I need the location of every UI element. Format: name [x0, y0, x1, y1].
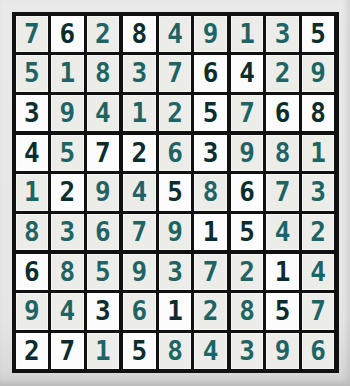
cell-r5c6[interactable]: 8 — [194, 174, 227, 210]
cell-r3c1[interactable]: 3 — [16, 95, 49, 131]
box-r3c1: 685943271 — [16, 254, 120, 369]
cell-r3c2[interactable]: 9 — [51, 95, 84, 131]
cell-r6c9[interactable]: 2 — [302, 214, 335, 250]
cell-r3c6[interactable]: 5 — [194, 95, 227, 131]
cell-r4c2[interactable]: 5 — [51, 135, 84, 171]
cell-r4c7[interactable]: 9 — [231, 135, 264, 171]
cell-r9c3[interactable]: 1 — [87, 333, 120, 369]
box-r3c3: 214857396 — [231, 254, 335, 369]
cell-r1c9[interactable]: 5 — [302, 16, 335, 52]
cell-r4c1[interactable]: 4 — [16, 135, 49, 171]
cell-r5c9[interactable]: 3 — [302, 174, 335, 210]
cell-r8c2[interactable]: 4 — [51, 293, 84, 329]
cell-r1c1[interactable]: 7 — [16, 16, 49, 52]
box-r1c2: 849376125 — [123, 16, 227, 131]
cell-r2c1[interactable]: 5 — [16, 55, 49, 91]
cell-r2c9[interactable]: 9 — [302, 55, 335, 91]
cell-r8c3[interactable]: 3 — [87, 293, 120, 329]
cell-r9c9[interactable]: 6 — [302, 333, 335, 369]
cell-r7c7[interactable]: 2 — [231, 254, 264, 290]
cell-r7c2[interactable]: 8 — [51, 254, 84, 290]
cell-r5c4[interactable]: 4 — [123, 174, 156, 210]
cell-r6c1[interactable]: 8 — [16, 214, 49, 250]
cell-r6c7[interactable]: 5 — [231, 214, 264, 250]
cell-r2c5[interactable]: 7 — [159, 55, 192, 91]
cell-r2c2[interactable]: 1 — [51, 55, 84, 91]
cell-r8c5[interactable]: 1 — [159, 293, 192, 329]
cell-r6c4[interactable]: 7 — [123, 214, 156, 250]
cell-r4c5[interactable]: 6 — [159, 135, 192, 171]
cell-r1c7[interactable]: 1 — [231, 16, 264, 52]
cell-r6c6[interactable]: 1 — [194, 214, 227, 250]
cell-r6c2[interactable]: 3 — [51, 214, 84, 250]
cell-r5c3[interactable]: 9 — [87, 174, 120, 210]
cell-r8c6[interactable]: 2 — [194, 293, 227, 329]
box-r1c3: 135429768 — [231, 16, 335, 131]
cell-r5c5[interactable]: 5 — [159, 174, 192, 210]
cell-r9c4[interactable]: 5 — [123, 333, 156, 369]
box-r2c3: 981673542 — [231, 135, 335, 250]
cell-r8c8[interactable]: 5 — [266, 293, 299, 329]
cell-r7c1[interactable]: 6 — [16, 254, 49, 290]
cell-r9c2[interactable]: 7 — [51, 333, 84, 369]
cell-r1c8[interactable]: 3 — [266, 16, 299, 52]
cell-r3c3[interactable]: 4 — [87, 95, 120, 131]
cell-r5c2[interactable]: 2 — [51, 174, 84, 210]
cell-r9c6[interactable]: 4 — [194, 333, 227, 369]
cell-r8c1[interactable]: 9 — [16, 293, 49, 329]
box-r2c1: 457129836 — [16, 135, 120, 250]
cell-r9c5[interactable]: 8 — [159, 333, 192, 369]
cell-r7c3[interactable]: 5 — [87, 254, 120, 290]
cell-r3c8[interactable]: 6 — [266, 95, 299, 131]
cell-r4c3[interactable]: 7 — [87, 135, 120, 171]
sudoku-board: 7625183948493761251354297684571298362634… — [12, 12, 339, 373]
cell-r7c6[interactable]: 7 — [194, 254, 227, 290]
cell-r3c4[interactable]: 1 — [123, 95, 156, 131]
cell-r8c4[interactable]: 6 — [123, 293, 156, 329]
cell-r2c6[interactable]: 6 — [194, 55, 227, 91]
cell-r6c8[interactable]: 4 — [266, 214, 299, 250]
cell-r4c4[interactable]: 2 — [123, 135, 156, 171]
cell-r7c4[interactable]: 9 — [123, 254, 156, 290]
cell-r2c4[interactable]: 3 — [123, 55, 156, 91]
cell-r5c1[interactable]: 1 — [16, 174, 49, 210]
cell-r6c5[interactable]: 9 — [159, 214, 192, 250]
cell-r2c7[interactable]: 4 — [231, 55, 264, 91]
cell-r4c8[interactable]: 8 — [266, 135, 299, 171]
cell-r1c2[interactable]: 6 — [51, 16, 84, 52]
cell-r2c8[interactable]: 2 — [266, 55, 299, 91]
cell-r3c7[interactable]: 7 — [231, 95, 264, 131]
cell-r5c8[interactable]: 7 — [266, 174, 299, 210]
cell-r9c7[interactable]: 3 — [231, 333, 264, 369]
sudoku-page: 7625183948493761251354297684571298362634… — [0, 0, 350, 386]
cell-r5c7[interactable]: 6 — [231, 174, 264, 210]
cell-r8c9[interactable]: 7 — [302, 293, 335, 329]
cell-r3c5[interactable]: 2 — [159, 95, 192, 131]
cell-r1c5[interactable]: 4 — [159, 16, 192, 52]
cell-r8c7[interactable]: 8 — [231, 293, 264, 329]
cell-r9c1[interactable]: 2 — [16, 333, 49, 369]
cell-r6c3[interactable]: 6 — [87, 214, 120, 250]
box-r3c2: 937612584 — [123, 254, 227, 369]
cell-r4c9[interactable]: 1 — [302, 135, 335, 171]
box-r2c2: 263458791 — [123, 135, 227, 250]
cell-r1c6[interactable]: 9 — [194, 16, 227, 52]
cell-r1c4[interactable]: 8 — [123, 16, 156, 52]
cell-r2c3[interactable]: 8 — [87, 55, 120, 91]
cell-r9c8[interactable]: 9 — [266, 333, 299, 369]
cell-r1c3[interactable]: 2 — [87, 16, 120, 52]
cell-r3c9[interactable]: 8 — [302, 95, 335, 131]
cell-r7c9[interactable]: 4 — [302, 254, 335, 290]
cell-r7c5[interactable]: 3 — [159, 254, 192, 290]
cell-r4c6[interactable]: 3 — [194, 135, 227, 171]
box-r1c1: 762518394 — [16, 16, 120, 131]
cell-r7c8[interactable]: 1 — [266, 254, 299, 290]
